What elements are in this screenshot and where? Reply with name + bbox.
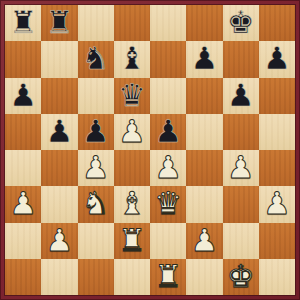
piece-black-king[interactable]: ♚ [227, 5, 255, 40]
square-e3[interactable]: ♛ [150, 186, 186, 222]
piece-black-pawn[interactable]: ♟ [190, 41, 218, 76]
piece-white-rook[interactable]: ♜ [154, 259, 182, 294]
square-c4[interactable]: ♟ [78, 150, 114, 186]
square-h7[interactable]: ♟ [259, 41, 295, 77]
square-h8[interactable] [259, 5, 295, 41]
square-g7[interactable] [223, 41, 259, 77]
square-a6[interactable]: ♟ [5, 78, 41, 114]
square-e6[interactable] [150, 78, 186, 114]
square-f8[interactable] [186, 5, 222, 41]
square-b7[interactable] [41, 41, 77, 77]
square-h4[interactable] [259, 150, 295, 186]
square-f1[interactable] [186, 259, 222, 295]
piece-white-knight[interactable]: ♞ [82, 186, 110, 221]
square-f3[interactable] [186, 186, 222, 222]
square-b8[interactable]: ♜ [41, 5, 77, 41]
piece-white-pawn[interactable]: ♟ [154, 150, 182, 185]
piece-black-pawn[interactable]: ♟ [154, 114, 182, 149]
square-a7[interactable] [5, 41, 41, 77]
square-h2[interactable] [259, 223, 295, 259]
piece-black-knight[interactable]: ♞ [82, 41, 110, 76]
board-frame: ♜♜♚♞♝♟♟♟♛♟♟♟♟♟♟♟♟♟♞♝♛♟♟♜♟♜♚ [0, 0, 300, 300]
piece-white-bishop[interactable]: ♝ [118, 186, 146, 221]
square-d5[interactable]: ♟ [114, 114, 150, 150]
square-b5[interactable]: ♟ [41, 114, 77, 150]
square-e2[interactable] [150, 223, 186, 259]
piece-black-bishop[interactable]: ♝ [118, 41, 146, 76]
square-e1[interactable]: ♜ [150, 259, 186, 295]
square-d3[interactable]: ♝ [114, 186, 150, 222]
piece-white-pawn[interactable]: ♟ [118, 114, 146, 149]
square-b6[interactable] [41, 78, 77, 114]
piece-black-pawn[interactable]: ♟ [82, 114, 110, 149]
square-g3[interactable] [223, 186, 259, 222]
square-e5[interactable]: ♟ [150, 114, 186, 150]
square-h1[interactable] [259, 259, 295, 295]
square-c5[interactable]: ♟ [78, 114, 114, 150]
square-b3[interactable] [41, 186, 77, 222]
square-c6[interactable] [78, 78, 114, 114]
chess-board: ♜♜♚♞♝♟♟♟♛♟♟♟♟♟♟♟♟♟♞♝♛♟♟♜♟♜♚ [5, 5, 295, 295]
square-a5[interactable] [5, 114, 41, 150]
square-e7[interactable] [150, 41, 186, 77]
piece-black-pawn[interactable]: ♟ [227, 78, 255, 113]
piece-black-pawn[interactable]: ♟ [45, 114, 73, 149]
piece-black-rook[interactable]: ♜ [9, 5, 37, 40]
square-h6[interactable] [259, 78, 295, 114]
square-b4[interactable] [41, 150, 77, 186]
square-f6[interactable] [186, 78, 222, 114]
square-g4[interactable]: ♟ [223, 150, 259, 186]
square-a3[interactable]: ♟ [5, 186, 41, 222]
square-c1[interactable] [78, 259, 114, 295]
piece-white-pawn[interactable]: ♟ [45, 223, 73, 258]
square-d4[interactable] [114, 150, 150, 186]
square-f7[interactable]: ♟ [186, 41, 222, 77]
square-d1[interactable] [114, 259, 150, 295]
square-c3[interactable]: ♞ [78, 186, 114, 222]
square-a2[interactable] [5, 223, 41, 259]
piece-white-pawn[interactable]: ♟ [227, 150, 255, 185]
piece-white-pawn[interactable]: ♟ [9, 186, 37, 221]
square-g6[interactable]: ♟ [223, 78, 259, 114]
square-g5[interactable] [223, 114, 259, 150]
piece-black-rook[interactable]: ♜ [45, 5, 73, 40]
square-h3[interactable]: ♟ [259, 186, 295, 222]
square-a8[interactable]: ♜ [5, 5, 41, 41]
piece-white-pawn[interactable]: ♟ [190, 223, 218, 258]
square-c8[interactable] [78, 5, 114, 41]
square-e8[interactable] [150, 5, 186, 41]
square-a4[interactable] [5, 150, 41, 186]
piece-white-pawn[interactable]: ♟ [263, 186, 291, 221]
piece-white-queen[interactable]: ♛ [154, 186, 182, 221]
square-f5[interactable] [186, 114, 222, 150]
square-g1[interactable]: ♚ [223, 259, 259, 295]
piece-black-queen[interactable]: ♛ [118, 78, 146, 113]
square-e4[interactable]: ♟ [150, 150, 186, 186]
square-d6[interactable]: ♛ [114, 78, 150, 114]
square-f2[interactable]: ♟ [186, 223, 222, 259]
square-c2[interactable] [78, 223, 114, 259]
square-c7[interactable]: ♞ [78, 41, 114, 77]
piece-black-pawn[interactable]: ♟ [9, 78, 37, 113]
square-a1[interactable] [5, 259, 41, 295]
square-b2[interactable]: ♟ [41, 223, 77, 259]
square-d2[interactable]: ♜ [114, 223, 150, 259]
square-d8[interactable] [114, 5, 150, 41]
piece-white-rook[interactable]: ♜ [118, 223, 146, 258]
piece-white-king[interactable]: ♚ [227, 259, 255, 294]
square-g8[interactable]: ♚ [223, 5, 259, 41]
square-g2[interactable] [223, 223, 259, 259]
square-d7[interactable]: ♝ [114, 41, 150, 77]
square-b1[interactable] [41, 259, 77, 295]
piece-black-pawn[interactable]: ♟ [263, 41, 291, 76]
square-f4[interactable] [186, 150, 222, 186]
piece-white-pawn[interactable]: ♟ [82, 150, 110, 185]
square-h5[interactable] [259, 114, 295, 150]
